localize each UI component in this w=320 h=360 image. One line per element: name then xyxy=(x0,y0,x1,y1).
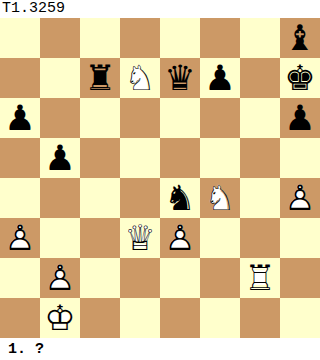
black-pawn[interactable]: ♟ xyxy=(280,98,320,138)
square-g2[interactable]: ♜♖ xyxy=(240,258,280,298)
square-a8[interactable] xyxy=(0,18,40,58)
square-h7[interactable]: ♚ xyxy=(280,58,320,98)
square-b4[interactable] xyxy=(40,178,80,218)
white-king[interactable]: ♚♔ xyxy=(40,298,80,338)
piece-glyph: ♛ xyxy=(160,58,200,98)
piece-glyph: ♜ xyxy=(80,58,120,98)
white-pawn[interactable]: ♟♙ xyxy=(280,178,320,218)
black-pawn[interactable]: ♟ xyxy=(40,138,80,178)
square-f8[interactable] xyxy=(200,18,240,58)
black-queen[interactable]: ♛ xyxy=(160,58,200,98)
square-d4[interactable] xyxy=(120,178,160,218)
white-knight[interactable]: ♞♘ xyxy=(120,58,160,98)
square-b5[interactable]: ♟ xyxy=(40,138,80,178)
square-a6[interactable]: ♟ xyxy=(0,98,40,138)
square-e4[interactable]: ♞ xyxy=(160,178,200,218)
square-b1[interactable]: ♚♔ xyxy=(40,298,80,338)
piece-outline: ♙ xyxy=(280,178,320,218)
piece-outline: ♘ xyxy=(120,58,160,98)
square-a5[interactable] xyxy=(0,138,40,178)
square-d8[interactable] xyxy=(120,18,160,58)
square-c7[interactable]: ♜ xyxy=(80,58,120,98)
puzzle-id: T1.3259 xyxy=(2,0,65,17)
black-bishop[interactable]: ♝ xyxy=(280,18,320,58)
square-a3[interactable]: ♟♙ xyxy=(0,218,40,258)
piece-glyph: ♟ xyxy=(200,58,240,98)
black-pawn[interactable]: ♟ xyxy=(0,98,40,138)
piece-outline: ♔ xyxy=(40,298,80,338)
square-d1[interactable] xyxy=(120,298,160,338)
square-f6[interactable] xyxy=(200,98,240,138)
square-e8[interactable] xyxy=(160,18,200,58)
square-h2[interactable] xyxy=(280,258,320,298)
square-h3[interactable] xyxy=(280,218,320,258)
square-d2[interactable] xyxy=(120,258,160,298)
piece-glyph: ♟ xyxy=(0,98,40,138)
piece-glyph: ♟ xyxy=(280,98,320,138)
piece-outline: ♖ xyxy=(240,258,280,298)
piece-glyph: ♟ xyxy=(40,138,80,178)
square-e5[interactable] xyxy=(160,138,200,178)
square-g8[interactable] xyxy=(240,18,280,58)
square-c8[interactable] xyxy=(80,18,120,58)
square-c5[interactable] xyxy=(80,138,120,178)
white-queen[interactable]: ♛♕ xyxy=(120,218,160,258)
square-h1[interactable] xyxy=(280,298,320,338)
square-b8[interactable] xyxy=(40,18,80,58)
square-g3[interactable] xyxy=(240,218,280,258)
square-b2[interactable]: ♟♙ xyxy=(40,258,80,298)
piece-outline: ♙ xyxy=(40,258,80,298)
black-rook[interactable]: ♜ xyxy=(80,58,120,98)
white-rook[interactable]: ♜♖ xyxy=(240,258,280,298)
square-a7[interactable] xyxy=(0,58,40,98)
square-f4[interactable]: ♞♘ xyxy=(200,178,240,218)
square-a4[interactable] xyxy=(0,178,40,218)
white-pawn[interactable]: ♟♙ xyxy=(160,218,200,258)
black-king[interactable]: ♚ xyxy=(280,58,320,98)
square-h5[interactable] xyxy=(280,138,320,178)
square-h6[interactable]: ♟ xyxy=(280,98,320,138)
square-d7[interactable]: ♞♘ xyxy=(120,58,160,98)
white-pawn[interactable]: ♟♙ xyxy=(40,258,80,298)
black-knight[interactable]: ♞ xyxy=(160,178,200,218)
square-e7[interactable]: ♛ xyxy=(160,58,200,98)
square-g7[interactable] xyxy=(240,58,280,98)
square-c6[interactable] xyxy=(80,98,120,138)
square-b3[interactable] xyxy=(40,218,80,258)
white-pawn[interactable]: ♟♙ xyxy=(0,218,40,258)
square-h4[interactable]: ♟♙ xyxy=(280,178,320,218)
square-c4[interactable] xyxy=(80,178,120,218)
piece-outline: ♙ xyxy=(0,218,40,258)
square-d6[interactable] xyxy=(120,98,160,138)
white-knight[interactable]: ♞♘ xyxy=(200,178,240,218)
square-c2[interactable] xyxy=(80,258,120,298)
square-f1[interactable] xyxy=(200,298,240,338)
square-a2[interactable] xyxy=(0,258,40,298)
square-f2[interactable] xyxy=(200,258,240,298)
square-e1[interactable] xyxy=(160,298,200,338)
piece-glyph: ♝ xyxy=(280,18,320,58)
square-d5[interactable] xyxy=(120,138,160,178)
square-g5[interactable] xyxy=(240,138,280,178)
piece-outline: ♕ xyxy=(120,218,160,258)
square-e2[interactable] xyxy=(160,258,200,298)
square-h8[interactable]: ♝ xyxy=(280,18,320,58)
square-b7[interactable] xyxy=(40,58,80,98)
square-b6[interactable] xyxy=(40,98,80,138)
piece-outline: ♘ xyxy=(200,178,240,218)
square-c3[interactable] xyxy=(80,218,120,258)
square-d3[interactable]: ♛♕ xyxy=(120,218,160,258)
square-g1[interactable] xyxy=(240,298,280,338)
square-f7[interactable]: ♟ xyxy=(200,58,240,98)
piece-outline: ♙ xyxy=(160,218,200,258)
piece-glyph: ♚ xyxy=(280,58,320,98)
move-prompt: 1. ? xyxy=(8,341,44,358)
black-pawn[interactable]: ♟ xyxy=(200,58,240,98)
square-g4[interactable] xyxy=(240,178,280,218)
square-g6[interactable] xyxy=(240,98,280,138)
square-e6[interactable] xyxy=(160,98,200,138)
chess-board[interactable]: ♝♜♞♘♛♟♚♟♟♟♞♞♘♟♙♟♙♛♕♟♙♟♙♜♖♚♔ xyxy=(0,18,320,338)
square-c1[interactable] xyxy=(80,298,120,338)
piece-glyph: ♞ xyxy=(160,178,200,218)
square-f5[interactable] xyxy=(200,138,240,178)
square-f3[interactable] xyxy=(200,218,240,258)
square-a1[interactable] xyxy=(0,298,40,338)
square-e3[interactable]: ♟♙ xyxy=(160,218,200,258)
